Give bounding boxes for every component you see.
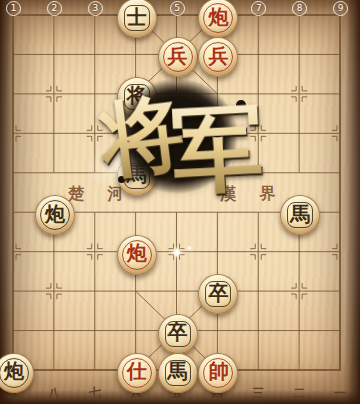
piece-character: 馬	[159, 353, 197, 391]
file-label-bottom-6: 三	[248, 385, 268, 402]
piece-red-pawn[interactable]: 兵	[198, 37, 238, 77]
file-label-top-2: 2	[47, 1, 62, 16]
piece-character: 炮	[199, 0, 237, 36]
piece-character: 仕	[118, 353, 156, 391]
piece-black-horse[interactable]: 馬	[280, 195, 320, 235]
piece-character: 馬	[281, 195, 319, 233]
piece-character: 兵	[159, 37, 197, 75]
file-label-bottom-1: 八	[44, 385, 64, 402]
piece-black-advisor[interactable]: 士	[117, 0, 157, 38]
piece-character: 士	[118, 0, 156, 36]
piece-character: 炮	[118, 235, 156, 273]
piece-character: 卒	[159, 314, 197, 352]
piece-black-horse[interactable]: 馬	[158, 353, 198, 393]
file-label-top-3: 3	[88, 1, 103, 16]
piece-red-pawn[interactable]: 兵	[158, 37, 198, 77]
piece-character: 炮	[36, 195, 74, 233]
piece-black-cannon[interactable]: 炮	[35, 195, 75, 235]
xiangqi-app: 楚 河 漢 界 123456789 九八七六五四三二一 士炮兵兵将馬炮馬炮卒卒炮…	[0, 0, 360, 404]
banner-check-char-2: 军	[169, 86, 267, 215]
piece-character: 帥	[199, 353, 237, 391]
piece-character: 兵	[199, 37, 237, 75]
piece-black-cannon[interactable]: 炮	[0, 353, 34, 393]
piece-red-cannon[interactable]: 炮	[117, 235, 157, 275]
move-sparkle-effect: ✦	[171, 244, 184, 262]
file-label-top-9: 9	[333, 1, 348, 16]
piece-black-pawn[interactable]: 卒	[198, 274, 238, 314]
file-label-bottom-7: 二	[289, 385, 309, 402]
piece-red-cannon[interactable]: 炮	[198, 0, 238, 38]
piece-black-pawn[interactable]: 卒	[158, 314, 198, 354]
piece-character: 炮	[0, 353, 33, 391]
piece-red-general[interactable]: 帥	[198, 353, 238, 393]
move-sparkle-small: ✦	[186, 244, 193, 253]
piece-character: 卒	[199, 274, 237, 312]
file-label-bottom-2: 七	[85, 385, 105, 402]
file-label-top-5: 5	[170, 1, 185, 16]
file-label-top-1: 1	[6, 1, 21, 16]
file-label-bottom-8: 一	[330, 385, 350, 402]
piece-red-advisor[interactable]: 仕	[117, 353, 157, 393]
